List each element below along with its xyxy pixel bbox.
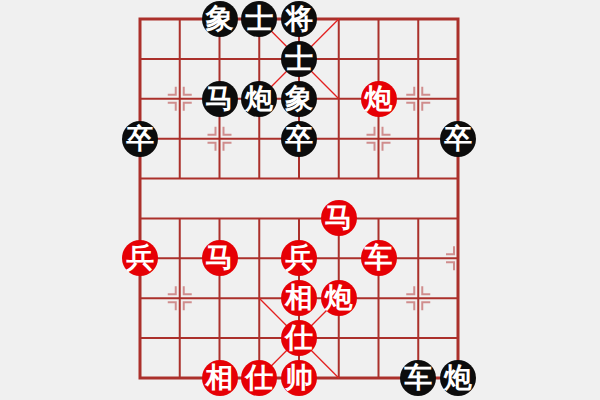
- piece-red-pawn[interactable]: 兵: [281, 240, 317, 276]
- piece-black-pawn[interactable]: 卒: [281, 121, 317, 157]
- piece-red-cannon[interactable]: 炮: [361, 81, 397, 117]
- piece-red-advisor[interactable]: 仕: [281, 320, 317, 356]
- piece-red-elephant[interactable]: 相: [202, 360, 238, 396]
- piece-black-elephant[interactable]: 象: [202, 1, 238, 37]
- piece-black-advisor[interactable]: 士: [281, 41, 317, 77]
- piece-black-cannon[interactable]: 炮: [440, 360, 476, 396]
- piece-red-chariot[interactable]: 车: [361, 240, 397, 276]
- xiangqi-app: 象士将士马炮象炮卒卒卒马兵马兵车相炮仕相仕帅车炮: [0, 0, 600, 400]
- piece-black-cannon[interactable]: 炮: [241, 81, 277, 117]
- piece-black-elephant[interactable]: 象: [281, 81, 317, 117]
- piece-red-horse[interactable]: 马: [321, 200, 357, 236]
- pieces-layer: 象士将士马炮象炮卒卒卒马兵马兵车相炮仕相仕帅车炮: [0, 0, 600, 400]
- piece-black-horse[interactable]: 马: [202, 81, 238, 117]
- piece-red-king[interactable]: 帅: [281, 360, 317, 396]
- piece-black-chariot[interactable]: 车: [400, 360, 436, 396]
- piece-red-cannon[interactable]: 炮: [321, 280, 357, 316]
- piece-red-elephant[interactable]: 相: [281, 280, 317, 316]
- piece-red-advisor[interactable]: 仕: [241, 360, 277, 396]
- piece-black-pawn[interactable]: 卒: [122, 121, 158, 157]
- piece-red-pawn[interactable]: 兵: [122, 240, 158, 276]
- piece-black-advisor[interactable]: 士: [241, 1, 277, 37]
- piece-black-pawn[interactable]: 卒: [440, 121, 476, 157]
- piece-red-horse[interactable]: 马: [202, 240, 238, 276]
- piece-black-king[interactable]: 将: [281, 1, 317, 37]
